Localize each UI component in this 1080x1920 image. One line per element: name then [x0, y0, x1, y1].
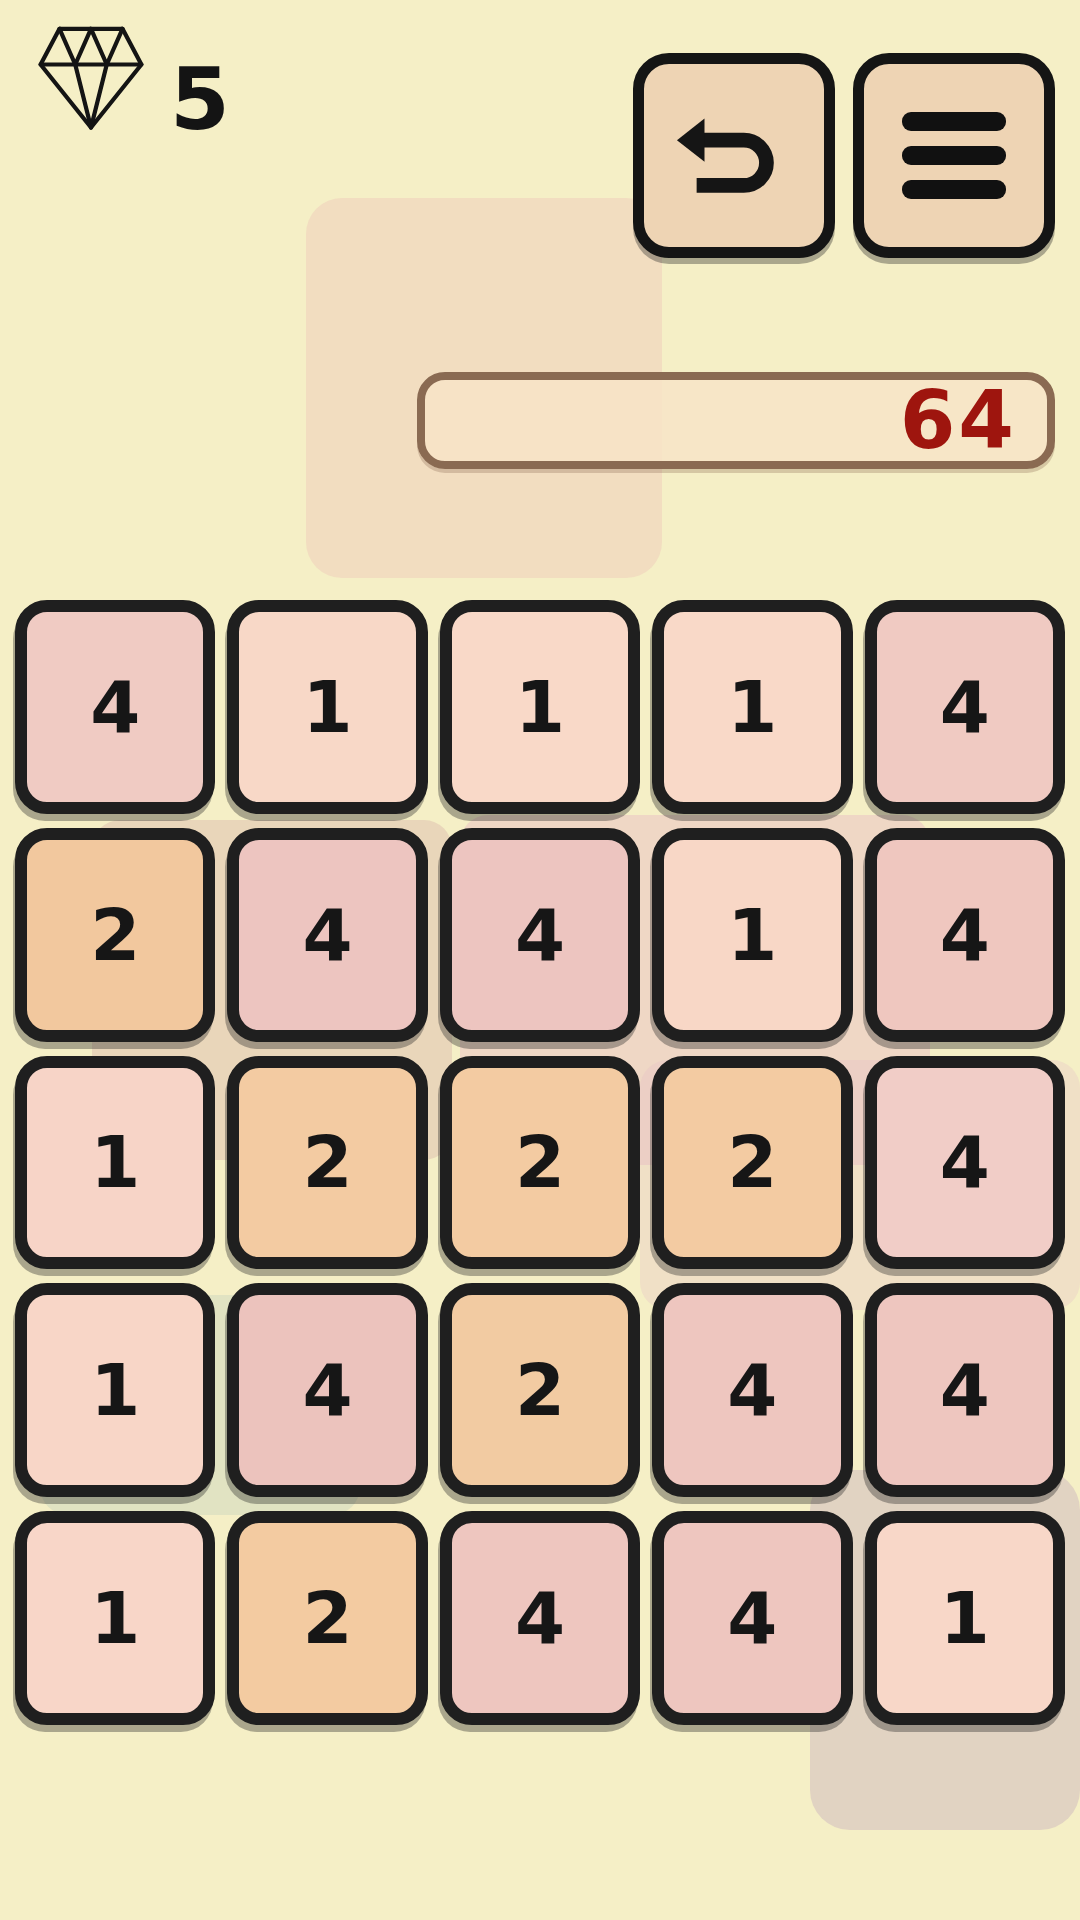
gem-counter: 5	[28, 10, 232, 142]
tile-r2c4[interactable]: 1	[652, 828, 852, 1042]
tile-r3c5[interactable]: 4	[865, 1056, 1065, 1270]
undo-arrow-icon	[675, 95, 793, 216]
tile-r3c3[interactable]: 2	[440, 1056, 640, 1270]
tile-r3c1[interactable]: 1	[15, 1056, 215, 1270]
puzzle-board: 4111424414122241424412441	[15, 600, 1065, 1725]
tile-r5c1[interactable]: 1	[15, 1511, 215, 1725]
tile-r1c2[interactable]: 1	[227, 600, 427, 814]
gem-count-label: 5	[170, 56, 232, 142]
game-screen: 5 64 4111424414122241424412441	[0, 0, 1080, 1920]
tile-r1c5[interactable]: 4	[865, 600, 1065, 814]
tile-r2c2[interactable]: 4	[227, 828, 427, 1042]
tile-r4c4[interactable]: 4	[652, 1283, 852, 1497]
tile-r2c1[interactable]: 2	[15, 828, 215, 1042]
tile-r2c5[interactable]: 4	[865, 828, 1065, 1042]
score-value: 64	[900, 381, 1047, 461]
tile-r5c5[interactable]: 1	[865, 1511, 1065, 1725]
tile-r5c2[interactable]: 2	[227, 1511, 427, 1725]
tile-r1c4[interactable]: 1	[652, 600, 852, 814]
tile-r3c2[interactable]: 2	[227, 1056, 427, 1270]
tile-r4c3[interactable]: 2	[440, 1283, 640, 1497]
tile-r4c5[interactable]: 4	[865, 1283, 1065, 1497]
tile-r3c4[interactable]: 2	[652, 1056, 852, 1270]
tile-r1c1[interactable]: 4	[15, 600, 215, 814]
tile-r1c3[interactable]: 1	[440, 600, 640, 814]
tile-r4c1[interactable]: 1	[15, 1283, 215, 1497]
menu-button[interactable]	[853, 53, 1055, 258]
gem-icon	[28, 12, 154, 142]
hamburger-icon	[902, 112, 1006, 199]
tile-r2c3[interactable]: 4	[440, 828, 640, 1042]
undo-button[interactable]	[633, 53, 835, 258]
tile-r5c4[interactable]: 4	[652, 1511, 852, 1725]
tile-r5c3[interactable]: 4	[440, 1511, 640, 1725]
score-box: 64	[417, 372, 1055, 469]
tile-r4c2[interactable]: 4	[227, 1283, 427, 1497]
